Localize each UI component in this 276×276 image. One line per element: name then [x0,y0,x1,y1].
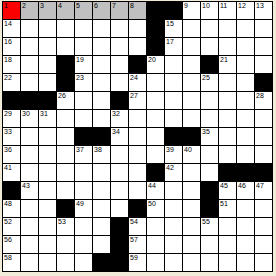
cell-r5c11[interactable] [183,74,200,91]
clue-number-42: 42 [166,164,174,172]
cell-r8c13[interactable] [219,128,236,145]
black-cell-r11c12 [201,182,218,199]
cell-r8c3[interactable] [39,128,56,145]
cell-r8c15[interactable] [255,128,272,145]
clue-number-57: 57 [130,236,138,244]
black-cell-r1c9 [147,2,164,19]
clue-number-13: 13 [256,2,264,10]
cell-r11c14[interactable]: 46 [237,182,254,199]
cell-r1c5[interactable]: 5 [75,2,92,19]
cell-r8c2[interactable] [21,128,38,145]
clue-number-4: 4 [58,2,62,10]
clue-number-27: 27 [130,92,138,100]
cell-r2c2[interactable] [21,20,38,37]
clue-number-48: 48 [4,200,12,208]
cell-r9c1[interactable]: 36 [3,146,20,163]
cell-r1c6[interactable]: 6 [93,2,110,19]
black-cell-r14c7 [111,236,128,253]
clue-number-40: 40 [184,146,192,154]
cell-r7c8[interactable] [129,110,146,127]
cell-r15c8[interactable]: 59 [129,254,146,271]
cell-r6c12[interactable] [201,92,218,109]
cell-r7c14[interactable] [237,110,254,127]
cell-r13c3[interactable] [39,218,56,235]
cell-r7c9[interactable] [147,110,164,127]
cell-r2c6[interactable] [93,20,110,37]
cell-r14c10[interactable] [165,236,182,253]
black-cell-r11c1 [3,182,20,199]
clue-number-15: 15 [166,20,174,28]
cell-r13c14[interactable] [237,218,254,235]
cell-r1c15[interactable]: 13 [255,2,272,19]
cell-r13c4[interactable]: 53 [57,218,74,235]
cell-r6c13[interactable] [219,92,236,109]
cell-r2c3[interactable] [39,20,56,37]
cell-r9c6[interactable]: 38 [93,146,110,163]
cell-r8c4[interactable] [57,128,74,145]
cell-r7c6[interactable] [93,110,110,127]
cell-r3c3[interactable] [39,38,56,55]
cell-r8c8[interactable] [129,128,146,145]
cell-r6c10[interactable] [165,92,182,109]
cell-r14c8[interactable]: 57 [129,236,146,253]
cell-r3c7[interactable] [111,38,128,55]
black-cell-r12c12 [201,200,218,217]
clue-number-14: 14 [4,20,12,28]
cell-r1c8[interactable]: 8 [129,2,146,19]
black-cell-r8c5 [75,128,92,145]
cell-r2c5[interactable] [75,20,92,37]
black-cell-r6c7 [111,92,128,109]
cell-r14c4[interactable] [57,236,74,253]
cell-r13c1[interactable]: 52 [3,218,20,235]
cell-r7c4[interactable] [57,110,74,127]
cell-r3c5[interactable] [75,38,92,55]
cell-r2c8[interactable] [129,20,146,37]
black-cell-r10c13 [219,164,236,181]
cell-r15c3[interactable] [39,254,56,271]
cell-r8c1[interactable]: 33 [3,128,20,145]
cell-r14c15[interactable] [255,236,272,253]
black-cell-r1c10 [165,2,182,19]
cell-r2c1[interactable]: 14 [3,20,20,37]
clue-number-37: 37 [76,146,84,154]
cell-r15c10[interactable] [165,254,182,271]
black-cell-r3c9 [147,38,164,55]
cell-r14c14[interactable] [237,236,254,253]
cell-r2c12[interactable] [201,20,218,37]
cell-r3c14[interactable] [237,38,254,55]
black-cell-r10c15 [255,164,272,181]
cell-r1c12[interactable]: 10 [201,2,218,19]
cell-r7c15[interactable] [255,110,272,127]
cell-r12c15[interactable] [255,200,272,217]
cell-r13c11[interactable] [183,218,200,235]
cell-r2c15[interactable] [255,20,272,37]
cell-r3c11[interactable] [183,38,200,55]
clue-number-18: 18 [4,56,12,64]
black-cell-r6c1 [3,92,20,109]
black-cell-r8c11 [183,128,200,145]
cell-r5c8[interactable]: 24 [129,74,146,91]
cell-r4c9[interactable]: 20 [147,56,164,73]
clue-number-46: 46 [238,182,246,190]
black-cell-r12c4 [57,200,74,217]
cell-r11c13[interactable]: 45 [219,182,236,199]
cell-r11c9[interactable]: 44 [147,182,164,199]
black-cell-r4c4 [57,56,74,73]
clue-number-11: 11 [220,2,227,10]
cell-r7c2[interactable]: 30 [21,110,38,127]
cell-r12c11[interactable] [183,200,200,217]
clue-number-6: 6 [94,2,98,10]
clue-number-16: 16 [4,38,12,46]
cell-r4c10[interactable] [165,56,182,73]
cell-r13c2[interactable] [21,218,38,235]
cell-r9c14[interactable] [237,146,254,163]
cell-r9c8[interactable] [129,146,146,163]
cell-r4c1[interactable]: 18 [3,56,20,73]
cell-r11c11[interactable] [183,182,200,199]
clue-number-31: 31 [40,110,48,118]
cell-r10c6[interactable] [93,164,110,181]
clue-number-3: 3 [40,2,44,10]
cell-r14c9[interactable] [147,236,164,253]
cell-r9c10[interactable]: 39 [165,146,182,163]
cell-r4c6[interactable] [93,56,110,73]
clue-number-39: 39 [166,146,174,154]
clue-number-32: 32 [112,110,120,118]
cell-r10c10[interactable]: 42 [165,164,182,181]
clue-number-35: 35 [202,128,210,136]
cell-r5c2[interactable] [21,74,38,91]
cell-r8c14[interactable] [237,128,254,145]
cell-r14c6[interactable] [93,236,110,253]
clue-number-2: 2 [22,2,26,10]
cell-r11c4[interactable] [57,182,74,199]
clue-number-38: 38 [94,146,102,154]
clue-number-58: 58 [4,254,12,262]
clue-number-17: 17 [166,38,174,46]
cell-r4c3[interactable] [39,56,56,73]
cell-r9c15[interactable] [255,146,272,163]
clue-number-51: 51 [220,200,228,208]
cell-r5c12[interactable]: 25 [201,74,218,91]
cell-r3c15[interactable] [255,38,272,55]
clue-number-59: 59 [130,254,138,262]
active-cell-r1c1[interactable]: 1 [3,2,20,19]
cell-r5c1[interactable]: 22 [3,74,20,91]
cell-r12c13[interactable]: 51 [219,200,236,217]
clue-number-33: 33 [4,128,12,136]
cell-r3c12[interactable] [201,38,218,55]
cell-r11c15[interactable]: 47 [255,182,272,199]
clue-number-43: 43 [22,182,30,190]
clue-number-45: 45 [220,182,228,190]
cell-r1c2[interactable]: 2 [21,2,38,19]
cell-r3c6[interactable] [93,38,110,55]
clue-number-53: 53 [58,218,66,226]
black-cell-r15c7 [111,254,128,271]
clue-number-44: 44 [148,182,156,190]
cell-r11c6[interactable] [93,182,110,199]
cell-r12c5[interactable]: 49 [75,200,92,217]
cell-r15c4[interactable] [57,254,74,271]
clue-number-23: 23 [76,74,84,82]
cell-r9c11[interactable]: 40 [183,146,200,163]
cell-r6c9[interactable] [147,92,164,109]
clue-number-47: 47 [256,182,264,190]
crossword-grid: 1234567891011121314151617181920212223242… [2,1,273,272]
cell-r6c14[interactable] [237,92,254,109]
cell-r7c13[interactable] [219,110,236,127]
cell-r11c8[interactable] [129,182,146,199]
cell-r5c7[interactable] [111,74,128,91]
black-cell-r15c6 [93,254,110,271]
black-cell-r8c10 [165,128,182,145]
cell-r2c10[interactable]: 15 [165,20,182,37]
black-cell-r4c8 [129,56,146,73]
cell-r5c13[interactable] [219,74,236,91]
cell-r5c9[interactable] [147,74,164,91]
clue-number-52: 52 [4,218,12,226]
black-cell-r10c14 [237,164,254,181]
cell-r9c5[interactable]: 37 [75,146,92,163]
clue-number-1: 1 [4,2,8,10]
cell-r12c6[interactable] [93,200,110,217]
cell-r6c5[interactable] [75,92,92,109]
cell-r13c13[interactable] [219,218,236,235]
clue-number-9: 9 [184,2,188,10]
black-cell-r5c15 [255,74,272,91]
cell-r3c4[interactable] [57,38,74,55]
clue-number-34: 34 [112,128,120,136]
black-cell-r12c8 [129,200,146,217]
cell-r12c14[interactable] [237,200,254,217]
crossword-puzzle-frame: 1234567891011121314151617181920212223242… [0,0,276,276]
cell-r13c15[interactable] [255,218,272,235]
clue-number-19: 19 [76,56,84,64]
clue-number-7: 7 [112,2,116,10]
clue-number-24: 24 [130,74,138,82]
cell-r12c2[interactable] [21,200,38,217]
clue-number-50: 50 [148,200,156,208]
cell-r13c5[interactable] [75,218,92,235]
cell-r13c12[interactable]: 55 [201,218,218,235]
cell-r7c10[interactable] [165,110,182,127]
cell-r15c2[interactable] [21,254,38,271]
cell-r15c9[interactable] [147,254,164,271]
cell-r10c4[interactable] [57,164,74,181]
clue-number-29: 29 [4,110,12,118]
cell-r2c11[interactable] [183,20,200,37]
cell-r8c12[interactable]: 35 [201,128,218,145]
cell-r15c12[interactable] [201,254,218,271]
clue-number-8: 8 [130,2,134,10]
cell-r15c5[interactable] [75,254,92,271]
cell-r7c7[interactable]: 32 [111,110,128,127]
cell-r1c14[interactable]: 12 [237,2,254,19]
cell-r3c1[interactable]: 16 [3,38,20,55]
clue-number-56: 56 [4,236,12,244]
cell-r4c11[interactable] [183,56,200,73]
cell-r2c4[interactable] [57,20,74,37]
cell-r10c8[interactable] [129,164,146,181]
cell-r13c9[interactable] [147,218,164,235]
clue-number-5: 5 [76,2,80,10]
black-cell-r6c2 [21,92,38,109]
cell-r14c3[interactable] [39,236,56,253]
clue-number-12: 12 [238,2,246,10]
cell-r11c3[interactable] [39,182,56,199]
clue-number-49: 49 [76,200,84,208]
cell-r3c13[interactable] [219,38,236,55]
cell-r9c9[interactable] [147,146,164,163]
cell-r6c15[interactable]: 28 [255,92,272,109]
clue-number-54: 54 [130,218,138,226]
clue-number-22: 22 [4,74,12,82]
cell-r5c5[interactable]: 23 [75,74,92,91]
cell-r12c9[interactable]: 50 [147,200,164,217]
cell-r10c7[interactable] [111,164,128,181]
cell-r2c7[interactable] [111,20,128,37]
cell-r7c3[interactable]: 31 [39,110,56,127]
cell-r15c13[interactable] [219,254,236,271]
cell-r1c7[interactable]: 7 [111,2,128,19]
cell-r14c11[interactable] [183,236,200,253]
cell-r9c13[interactable] [219,146,236,163]
cell-r4c7[interactable] [111,56,128,73]
clue-number-55: 55 [202,218,210,226]
cell-r6c8[interactable]: 27 [129,92,146,109]
clue-number-21: 21 [220,56,228,64]
cell-r14c12[interactable] [201,236,218,253]
cell-r15c15[interactable] [255,254,272,271]
cell-r11c5[interactable] [75,182,92,199]
cell-r9c4[interactable] [57,146,74,163]
cell-r10c3[interactable] [39,164,56,181]
black-cell-r2c9 [147,20,164,37]
clue-number-10: 10 [202,2,210,10]
cell-r9c2[interactable] [21,146,38,163]
cell-r6c11[interactable] [183,92,200,109]
cell-r4c15[interactable] [255,56,272,73]
black-cell-r13c7 [111,218,128,235]
cell-r13c10[interactable] [165,218,182,235]
cell-r11c7[interactable] [111,182,128,199]
cell-r3c10[interactable]: 17 [165,38,182,55]
clue-number-25: 25 [202,74,210,82]
cell-r8c7[interactable]: 34 [111,128,128,145]
cell-r12c3[interactable] [39,200,56,217]
cell-r12c1[interactable]: 48 [3,200,20,217]
cell-r1c13[interactable]: 11 [219,2,236,19]
cell-r7c11[interactable] [183,110,200,127]
cell-r11c10[interactable] [165,182,182,199]
cell-r4c2[interactable] [21,56,38,73]
cell-r4c14[interactable] [237,56,254,73]
black-cell-r8c6 [93,128,110,145]
cell-r11c2[interactable]: 43 [21,182,38,199]
cell-r7c5[interactable] [75,110,92,127]
cell-r3c2[interactable] [21,38,38,55]
cell-r2c13[interactable] [219,20,236,37]
cell-r1c11[interactable]: 9 [183,2,200,19]
clue-number-20: 20 [148,56,156,64]
black-cell-r10c9 [147,164,164,181]
cell-r15c14[interactable] [237,254,254,271]
clue-number-30: 30 [22,110,30,118]
cell-r14c1[interactable]: 56 [3,236,20,253]
cell-r10c5[interactable] [75,164,92,181]
cell-r15c11[interactable] [183,254,200,271]
cell-r6c4[interactable]: 26 [57,92,74,109]
cell-r4c13[interactable]: 21 [219,56,236,73]
clue-number-41: 41 [4,164,12,172]
cell-r9c7[interactable] [111,146,128,163]
cell-r7c12[interactable] [201,110,218,127]
cell-r12c10[interactable] [165,200,182,217]
cell-r10c2[interactable] [21,164,38,181]
cell-r4c5[interactable]: 19 [75,56,92,73]
cell-r15c1[interactable]: 58 [3,254,20,271]
clue-number-28: 28 [256,92,264,100]
cell-r13c6[interactable] [93,218,110,235]
cell-r5c10[interactable] [165,74,182,91]
cell-r5c14[interactable] [237,74,254,91]
cell-r9c12[interactable] [201,146,218,163]
cell-r3c8[interactable] [129,38,146,55]
cell-r12c7[interactable] [111,200,128,217]
cell-r1c3[interactable]: 3 [39,2,56,19]
clue-number-26: 26 [58,92,66,100]
cell-r7c1[interactable]: 29 [3,110,20,127]
black-cell-r6c3 [39,92,56,109]
cell-r13c8[interactable]: 54 [129,218,146,235]
cell-r6c6[interactable] [93,92,110,109]
cell-r14c13[interactable] [219,236,236,253]
clue-number-36: 36 [4,146,12,154]
cell-r5c6[interactable] [93,74,110,91]
cell-r14c5[interactable] [75,236,92,253]
cell-r5c3[interactable] [39,74,56,91]
black-cell-r5c4 [57,74,74,91]
cell-r9c3[interactable] [39,146,56,163]
cell-r2c14[interactable] [237,20,254,37]
cell-r10c1[interactable]: 41 [3,164,20,181]
cell-r10c11[interactable] [183,164,200,181]
cell-r14c2[interactable] [21,236,38,253]
cell-r10c12[interactable] [201,164,218,181]
cell-r8c9[interactable] [147,128,164,145]
black-cell-r4c12 [201,56,218,73]
cell-r1c4[interactable]: 4 [57,2,74,19]
